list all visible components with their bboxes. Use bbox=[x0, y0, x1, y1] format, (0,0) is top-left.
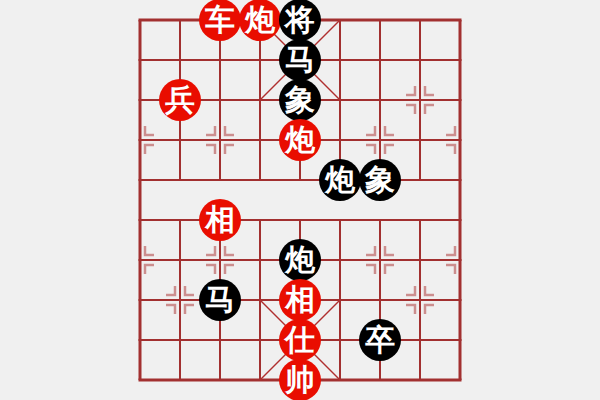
intersection-3-1[interactable] bbox=[240, 40, 280, 80]
red-chariot[interactable]: 车 bbox=[199, 0, 241, 41]
intersection-5-4[interactable]: 炮 bbox=[320, 160, 360, 200]
black-cannon[interactable]: 炮 bbox=[319, 159, 361, 201]
red-pawn[interactable]: 兵 bbox=[159, 79, 201, 121]
black-cannon[interactable]: 炮 bbox=[279, 239, 321, 281]
intersection-6-0[interactable] bbox=[360, 0, 400, 40]
intersection-7-7[interactable] bbox=[400, 280, 440, 320]
black-horse[interactable]: 马 bbox=[199, 279, 241, 321]
intersection-0-9[interactable] bbox=[120, 360, 160, 400]
intersection-7-3[interactable] bbox=[400, 120, 440, 160]
intersection-0-3[interactable] bbox=[120, 120, 160, 160]
intersection-7-0[interactable] bbox=[400, 0, 440, 40]
black-horse[interactable]: 马 bbox=[279, 39, 321, 81]
intersection-0-0[interactable] bbox=[120, 0, 160, 40]
intersection-0-5[interactable] bbox=[120, 200, 160, 240]
intersection-3-2[interactable] bbox=[240, 80, 280, 120]
intersection-1-7[interactable] bbox=[160, 280, 200, 320]
intersection-3-6[interactable] bbox=[240, 240, 280, 280]
intersection-8-3[interactable] bbox=[440, 120, 480, 160]
intersection-6-1[interactable] bbox=[360, 40, 400, 80]
intersection-5-0[interactable] bbox=[320, 0, 360, 40]
intersection-2-7[interactable]: 马 bbox=[200, 280, 240, 320]
red-elephant[interactable]: 相 bbox=[279, 279, 321, 321]
intersection-4-8[interactable]: 仕 bbox=[280, 320, 320, 360]
intersection-4-2[interactable]: 象 bbox=[280, 80, 320, 120]
intersection-1-6[interactable] bbox=[160, 240, 200, 280]
intersection-6-9[interactable] bbox=[360, 360, 400, 400]
intersection-3-0[interactable]: 炮 bbox=[240, 0, 280, 40]
intersection-3-5[interactable] bbox=[240, 200, 280, 240]
intersection-6-8[interactable]: 卒 bbox=[360, 320, 400, 360]
intersection-3-7[interactable] bbox=[240, 280, 280, 320]
intersection-5-9[interactable] bbox=[320, 360, 360, 400]
intersection-4-1[interactable]: 马 bbox=[280, 40, 320, 80]
intersection-8-4[interactable] bbox=[440, 160, 480, 200]
red-elephant[interactable]: 相 bbox=[199, 199, 241, 241]
black-elephant[interactable]: 象 bbox=[279, 79, 321, 121]
intersection-4-4[interactable] bbox=[280, 160, 320, 200]
intersection-7-9[interactable] bbox=[400, 360, 440, 400]
intersection-2-5[interactable]: 相 bbox=[200, 200, 240, 240]
intersection-1-1[interactable] bbox=[160, 40, 200, 80]
intersection-5-6[interactable] bbox=[320, 240, 360, 280]
intersection-5-5[interactable] bbox=[320, 200, 360, 240]
intersection-7-2[interactable] bbox=[400, 80, 440, 120]
intersection-8-2[interactable] bbox=[440, 80, 480, 120]
intersection-1-2[interactable]: 兵 bbox=[160, 80, 200, 120]
intersection-8-8[interactable] bbox=[440, 320, 480, 360]
board-grid: 车炮将马兵象炮炮象相炮马相仕卒帅 bbox=[120, 0, 480, 400]
black-elephant[interactable]: 象 bbox=[359, 159, 401, 201]
intersection-6-2[interactable] bbox=[360, 80, 400, 120]
intersection-1-9[interactable] bbox=[160, 360, 200, 400]
black-general[interactable]: 将 bbox=[279, 0, 321, 41]
intersection-2-1[interactable] bbox=[200, 40, 240, 80]
intersection-4-0[interactable]: 将 bbox=[280, 0, 320, 40]
intersection-2-6[interactable] bbox=[200, 240, 240, 280]
intersection-6-4[interactable]: 象 bbox=[360, 160, 400, 200]
intersection-1-3[interactable] bbox=[160, 120, 200, 160]
intersection-5-7[interactable] bbox=[320, 280, 360, 320]
intersection-5-2[interactable] bbox=[320, 80, 360, 120]
intersection-0-6[interactable] bbox=[120, 240, 160, 280]
intersection-8-1[interactable] bbox=[440, 40, 480, 80]
intersection-6-5[interactable] bbox=[360, 200, 400, 240]
intersection-8-6[interactable] bbox=[440, 240, 480, 280]
intersection-8-5[interactable] bbox=[440, 200, 480, 240]
intersection-5-3[interactable] bbox=[320, 120, 360, 160]
intersection-1-5[interactable] bbox=[160, 200, 200, 240]
intersection-0-4[interactable] bbox=[120, 160, 160, 200]
intersection-1-4[interactable] bbox=[160, 160, 200, 200]
intersection-5-8[interactable] bbox=[320, 320, 360, 360]
intersection-7-5[interactable] bbox=[400, 200, 440, 240]
red-cannon[interactable]: 炮 bbox=[279, 119, 321, 161]
red-cannon[interactable]: 炮 bbox=[239, 0, 281, 41]
intersection-3-3[interactable] bbox=[240, 120, 280, 160]
intersection-3-8[interactable] bbox=[240, 320, 280, 360]
intersection-2-0[interactable]: 车 bbox=[200, 0, 240, 40]
intersection-7-1[interactable] bbox=[400, 40, 440, 80]
intersection-5-1[interactable] bbox=[320, 40, 360, 80]
intersection-2-2[interactable] bbox=[200, 80, 240, 120]
xiangqi-board-screen: 车炮将马兵象炮炮象相炮马相仕卒帅 bbox=[0, 0, 600, 400]
intersection-6-3[interactable] bbox=[360, 120, 400, 160]
intersection-7-4[interactable] bbox=[400, 160, 440, 200]
red-advisor[interactable]: 仕 bbox=[279, 319, 321, 361]
intersection-8-7[interactable] bbox=[440, 280, 480, 320]
intersection-7-8[interactable] bbox=[400, 320, 440, 360]
intersection-0-1[interactable] bbox=[120, 40, 160, 80]
intersection-2-4[interactable] bbox=[200, 160, 240, 200]
intersection-4-3[interactable]: 炮 bbox=[280, 120, 320, 160]
intersection-7-6[interactable] bbox=[400, 240, 440, 280]
intersection-4-9[interactable]: 帅 bbox=[280, 360, 320, 400]
intersection-6-7[interactable] bbox=[360, 280, 400, 320]
intersection-2-8[interactable] bbox=[200, 320, 240, 360]
intersection-0-7[interactable] bbox=[120, 280, 160, 320]
black-pawn[interactable]: 卒 bbox=[359, 319, 401, 361]
intersection-2-3[interactable] bbox=[200, 120, 240, 160]
red-general[interactable]: 帅 bbox=[279, 359, 321, 400]
intersection-0-2[interactable] bbox=[120, 80, 160, 120]
intersection-3-4[interactable] bbox=[240, 160, 280, 200]
intersection-4-5[interactable] bbox=[280, 200, 320, 240]
intersection-1-0[interactable] bbox=[160, 0, 200, 40]
intersection-8-9[interactable] bbox=[440, 360, 480, 400]
intersection-1-8[interactable] bbox=[160, 320, 200, 360]
intersection-2-9[interactable] bbox=[200, 360, 240, 400]
intersection-3-9[interactable] bbox=[240, 360, 280, 400]
intersection-6-6[interactable] bbox=[360, 240, 400, 280]
intersection-4-7[interactable]: 相 bbox=[280, 280, 320, 320]
intersection-0-8[interactable] bbox=[120, 320, 160, 360]
intersection-4-6[interactable]: 炮 bbox=[280, 240, 320, 280]
intersection-8-0[interactable] bbox=[440, 0, 480, 40]
